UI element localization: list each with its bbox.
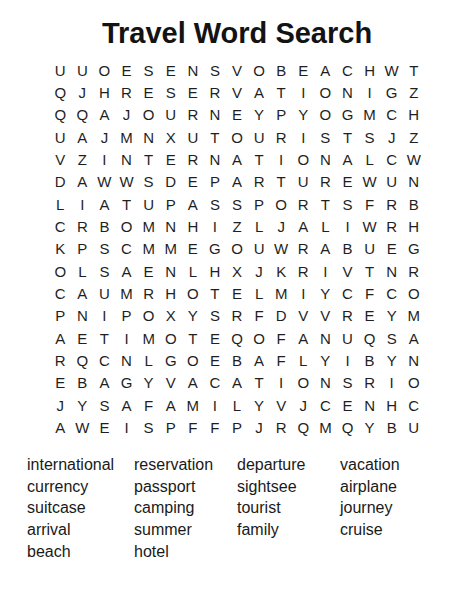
grid-cell: U xyxy=(71,59,93,81)
word-search-worksheet: Travel Word Search UUOESENSVOBEACHWTQJHR… xyxy=(0,0,474,613)
grid-cell: V xyxy=(314,305,336,327)
grid-cell: N xyxy=(115,148,137,170)
grid-cell: N xyxy=(138,126,160,148)
grid-cell: T xyxy=(204,126,226,148)
grid-cell: H xyxy=(403,104,425,126)
grid-cell: P xyxy=(160,193,182,215)
grid-cell: W xyxy=(71,417,93,439)
grid-cell: A xyxy=(292,215,314,237)
grid-cell: A xyxy=(248,349,270,371)
word-list-item: arrival xyxy=(27,519,134,541)
word-list-item: summer xyxy=(134,519,237,541)
grid-cell: R xyxy=(359,372,381,394)
grid-cell: N xyxy=(204,148,226,170)
grid-cell: R xyxy=(49,349,71,371)
grid-cell: V xyxy=(160,372,182,394)
grid-cell: W xyxy=(381,59,403,81)
grid-cell: T xyxy=(115,193,137,215)
grid-cell: A xyxy=(314,59,336,81)
grid-cell: S xyxy=(93,238,115,260)
grid-cell: Y xyxy=(248,104,270,126)
grid-cell: M xyxy=(138,327,160,349)
grid-cell: E xyxy=(226,282,248,304)
grid-cell: C xyxy=(49,215,71,237)
grid-cell: I xyxy=(314,260,336,282)
grid-cell: O xyxy=(138,305,160,327)
grid-cell: E xyxy=(381,238,403,260)
grid-cell: I xyxy=(93,148,115,170)
grid-cell: O xyxy=(248,59,270,81)
grid-cell: F xyxy=(270,327,292,349)
grid-cell: O xyxy=(403,372,425,394)
grid-cell: S xyxy=(138,59,160,81)
grid-cell: J xyxy=(248,260,270,282)
grid-cell: T xyxy=(403,59,425,81)
grid-cell: L xyxy=(248,282,270,304)
grid-cell: I xyxy=(115,327,137,349)
grid-cell: O xyxy=(270,193,292,215)
grid-cell: A xyxy=(226,148,248,170)
grid-cell: M xyxy=(115,126,137,148)
grid-cell: S xyxy=(204,305,226,327)
grid-cell: C xyxy=(314,394,336,416)
grid-cell: F xyxy=(270,349,292,371)
grid-cell: G xyxy=(336,104,358,126)
grid-cell: F xyxy=(138,394,160,416)
grid-cell: T xyxy=(359,260,381,282)
grid-cell: R xyxy=(182,148,204,170)
grid-cell: O xyxy=(226,238,248,260)
grid-cell: T xyxy=(336,126,358,148)
grid-cell: S xyxy=(138,171,160,193)
grid-cell: U xyxy=(49,59,71,81)
grid-cell: G xyxy=(403,238,425,260)
grid-cell: E xyxy=(138,81,160,103)
grid-cell: E xyxy=(49,372,71,394)
grid-cell: R xyxy=(270,126,292,148)
grid-cell: F xyxy=(248,305,270,327)
grid-cell: C xyxy=(204,372,226,394)
grid-cell: T xyxy=(314,193,336,215)
grid-cell: S xyxy=(204,193,226,215)
grid-cell: O xyxy=(248,327,270,349)
grid-cell: K xyxy=(49,238,71,260)
grid-cell: V xyxy=(226,59,248,81)
grid-cell: D xyxy=(49,171,71,193)
grid-cell: H xyxy=(403,215,425,237)
grid-cell: N xyxy=(314,327,336,349)
grid-cell: S xyxy=(226,193,248,215)
grid-cell: A xyxy=(115,394,137,416)
grid-cell: I xyxy=(381,372,403,394)
grid-cell: A xyxy=(49,327,71,349)
grid-cell: E xyxy=(336,171,358,193)
grid-cell: B xyxy=(270,59,292,81)
grid-cell: R xyxy=(314,171,336,193)
grid-cell: M xyxy=(138,238,160,260)
grid-cell: U xyxy=(381,171,403,193)
grid-cell: R xyxy=(248,171,270,193)
grid-cell: Q xyxy=(49,81,71,103)
grid-cell: T xyxy=(248,148,270,170)
grid-cell: N xyxy=(336,81,358,103)
grid-cell: G xyxy=(115,372,137,394)
grid-cell: H xyxy=(93,81,115,103)
grid-cell: R xyxy=(292,193,314,215)
grid-cell: T xyxy=(204,282,226,304)
grid-cell: F xyxy=(204,417,226,439)
grid-cell: O xyxy=(182,282,204,304)
grid-cell: E xyxy=(182,238,204,260)
grid-cell: R xyxy=(336,305,358,327)
grid-cell: L xyxy=(226,394,248,416)
grid-cell: S xyxy=(336,372,358,394)
grid-cell: Y xyxy=(381,305,403,327)
grid-cell: T xyxy=(93,327,115,349)
grid-cell: A xyxy=(182,372,204,394)
word-list-item: vacation xyxy=(340,454,400,476)
grid-cell: N xyxy=(381,260,403,282)
grid-cell: Q xyxy=(226,327,248,349)
grid-cell: J xyxy=(292,394,314,416)
grid-cell: I xyxy=(336,215,358,237)
grid-cell: R xyxy=(204,81,226,103)
grid-cell: A xyxy=(248,81,270,103)
grid-cell: P xyxy=(270,104,292,126)
grid-cell: C xyxy=(336,59,358,81)
grid-cell: S xyxy=(359,126,381,148)
grid-cell: G xyxy=(160,349,182,371)
grid-cell: P xyxy=(49,305,71,327)
word-list-item: tourist xyxy=(237,497,340,519)
grid-cell: G xyxy=(381,81,403,103)
grid-cell: R xyxy=(182,104,204,126)
grid-cell: N xyxy=(115,349,137,371)
grid-cell: R xyxy=(270,417,292,439)
grid-cell: Z xyxy=(403,81,425,103)
grid-cell: C xyxy=(93,349,115,371)
word-list-item: suitcase xyxy=(27,497,134,519)
grid-cell: A xyxy=(403,327,425,349)
grid-cell: S xyxy=(381,327,403,349)
grid-cell: L xyxy=(138,349,160,371)
grid-cell: U xyxy=(93,282,115,304)
word-list-item: hotel xyxy=(134,541,237,563)
grid-cell: E xyxy=(204,349,226,371)
grid-cell: U xyxy=(49,126,71,148)
grid-cell: L xyxy=(314,215,336,237)
grid-cell: H xyxy=(381,394,403,416)
grid-cell: J xyxy=(381,126,403,148)
grid-cell: Y xyxy=(359,417,381,439)
grid-cell: Y xyxy=(71,394,93,416)
grid-cell: O xyxy=(226,126,248,148)
word-list-item: reservation xyxy=(134,454,237,476)
grid-cell: I xyxy=(336,349,358,371)
grid-cell: L xyxy=(71,260,93,282)
grid-cell: R xyxy=(226,305,248,327)
grid-cell: Y xyxy=(138,372,160,394)
grid-cell: P xyxy=(204,171,226,193)
word-list-item: sightsee xyxy=(237,476,340,498)
grid-cell: V xyxy=(292,305,314,327)
grid-cell: E xyxy=(160,59,182,81)
grid-cell: I xyxy=(292,282,314,304)
grid-cell: Q xyxy=(292,417,314,439)
grid-cell: R xyxy=(381,193,403,215)
word-list-item: camping xyxy=(134,497,237,519)
grid-cell: S xyxy=(138,417,160,439)
word-list-column: reservationpassportcampingsummerhotel xyxy=(134,454,237,563)
grid-cell: I xyxy=(204,394,226,416)
grid-cell: Z xyxy=(226,215,248,237)
grid-cell: U xyxy=(248,238,270,260)
grid-cell: N xyxy=(182,59,204,81)
grid-cell: F xyxy=(182,417,204,439)
grid-cell: I xyxy=(359,81,381,103)
grid-cell: V xyxy=(226,81,248,103)
grid-cell: C xyxy=(381,148,403,170)
grid-cell: E xyxy=(226,104,248,126)
grid-cell: E xyxy=(71,327,93,349)
grid-cell: J xyxy=(270,215,292,237)
grid-cell: M xyxy=(138,215,160,237)
grid-cell: I xyxy=(71,193,93,215)
grid-cell: M xyxy=(115,282,137,304)
grid-cell: I xyxy=(292,81,314,103)
grid-cell: O xyxy=(314,104,336,126)
grid-cell: T xyxy=(270,171,292,193)
grid-cell: Q xyxy=(71,104,93,126)
grid-cell: H xyxy=(182,215,204,237)
grid-cell: R xyxy=(381,215,403,237)
grid-cell: V xyxy=(336,260,358,282)
grid-cell: I xyxy=(292,126,314,148)
grid-cell: Z xyxy=(71,148,93,170)
grid-cell: V xyxy=(49,148,71,170)
grid-cell: L xyxy=(292,349,314,371)
grid-cell: A xyxy=(226,372,248,394)
grid-cell: M xyxy=(359,104,381,126)
grid-cell: T xyxy=(248,372,270,394)
grid-cell: B xyxy=(226,349,248,371)
word-list-item: airplane xyxy=(340,476,400,498)
grid-cell: O xyxy=(138,104,160,126)
grid-cell: C xyxy=(381,104,403,126)
grid-cell: A xyxy=(160,394,182,416)
grid-cell: N xyxy=(403,349,425,371)
grid-cell: R xyxy=(292,260,314,282)
grid-cell: A xyxy=(314,238,336,260)
grid-cell: A xyxy=(93,104,115,126)
grid-cell: I xyxy=(115,417,137,439)
grid-cell: C xyxy=(115,238,137,260)
grid-cell: E xyxy=(182,81,204,103)
grid-cell: O xyxy=(160,327,182,349)
grid-cell: V xyxy=(270,394,292,416)
grid-cell: S xyxy=(314,126,336,148)
word-list: internationalcurrencysuitcasearrivalbeac… xyxy=(0,454,474,563)
grid-cell: A xyxy=(93,193,115,215)
grid-cell: O xyxy=(49,260,71,282)
grid-cell: M xyxy=(182,394,204,416)
grid-cell: R xyxy=(403,260,425,282)
grid-cell: Y xyxy=(314,349,336,371)
grid-cell: E xyxy=(204,327,226,349)
grid-cell: E xyxy=(182,171,204,193)
word-list-column: internationalcurrencysuitcasearrivalbeac… xyxy=(27,454,134,563)
grid-cell: H xyxy=(359,59,381,81)
grid-cell: I xyxy=(270,148,292,170)
grid-cell: H xyxy=(160,282,182,304)
grid-cell: C xyxy=(336,282,358,304)
grid-cell: O xyxy=(292,148,314,170)
grid-cell: R xyxy=(71,215,93,237)
grid-cell: O xyxy=(314,81,336,103)
grid-cell: N xyxy=(403,171,425,193)
grid-cell: J xyxy=(71,81,93,103)
grid-cell: N xyxy=(160,215,182,237)
grid-cell: A xyxy=(115,260,137,282)
grid-cell: X xyxy=(226,260,248,282)
grid-cell: B xyxy=(359,349,381,371)
word-list-item: family xyxy=(237,519,340,541)
word-list-item: international xyxy=(27,454,134,476)
word-list-item: beach xyxy=(27,541,134,563)
grid-cell: U xyxy=(336,327,358,349)
grid-cell: W xyxy=(115,171,137,193)
grid-cell: S xyxy=(160,81,182,103)
grid-cell: U xyxy=(292,171,314,193)
word-list-item: passport xyxy=(134,476,237,498)
grid-cell: C xyxy=(49,282,71,304)
grid-cell: O xyxy=(403,282,425,304)
grid-cell: P xyxy=(248,193,270,215)
grid-cell: Z xyxy=(403,126,425,148)
grid-cell: N xyxy=(71,305,93,327)
grid-cell: M xyxy=(314,417,336,439)
grid-cell: E xyxy=(138,260,160,282)
grid-cell: U xyxy=(359,238,381,260)
grid-cell: A xyxy=(226,171,248,193)
grid-cell: T xyxy=(270,81,292,103)
grid-cell: U xyxy=(403,417,425,439)
grid-cell: E xyxy=(336,394,358,416)
grid-cell: P xyxy=(115,305,137,327)
grid-cell: P xyxy=(226,417,248,439)
grid-cell: J xyxy=(248,417,270,439)
grid-cell: S xyxy=(336,193,358,215)
grid-cell: S xyxy=(93,394,115,416)
grid-cell: S xyxy=(93,260,115,282)
grid-cell: Y xyxy=(248,394,270,416)
word-list-item: journey xyxy=(340,497,400,519)
grid-cell: Q xyxy=(71,349,93,371)
grid-cell: C xyxy=(381,282,403,304)
grid-cell: B xyxy=(71,372,93,394)
grid-cell: Y xyxy=(292,104,314,126)
grid-cell: O xyxy=(93,59,115,81)
grid-cell: A xyxy=(71,171,93,193)
grid-cell: Q xyxy=(336,417,358,439)
grid-cell: W xyxy=(359,171,381,193)
grid-cell: X xyxy=(160,126,182,148)
grid-cell: L xyxy=(182,260,204,282)
word-list-item: currency xyxy=(27,476,134,498)
grid-cell: W xyxy=(359,215,381,237)
word-list-item: cruise xyxy=(340,519,400,541)
grid-cell: O xyxy=(115,215,137,237)
grid-cell: W xyxy=(93,171,115,193)
grid-cell: Y xyxy=(381,349,403,371)
word-search-grid: UUOESENSVOBEACHWTQJHRESERVATIONIGZQQAJOU… xyxy=(0,59,474,439)
grid-cell: I xyxy=(270,372,292,394)
grid-cell: D xyxy=(270,305,292,327)
grid-cell: D xyxy=(160,171,182,193)
grid-cell: F xyxy=(359,282,381,304)
grid-cell: W xyxy=(403,148,425,170)
grid-cell: E xyxy=(292,59,314,81)
word-list-item: departure xyxy=(237,454,340,476)
grid-cell: A xyxy=(93,372,115,394)
grid-cell: R xyxy=(292,238,314,260)
grid-cell: N xyxy=(314,372,336,394)
grid-cell: U xyxy=(160,104,182,126)
grid-cell: R xyxy=(138,282,160,304)
grid-cell: N xyxy=(314,148,336,170)
grid-cell: T xyxy=(182,327,204,349)
grid-cell: E xyxy=(160,148,182,170)
grid-cell: B xyxy=(381,417,403,439)
grid-cell: Y xyxy=(314,282,336,304)
grid-cell: R xyxy=(115,81,137,103)
grid-cell: E xyxy=(115,59,137,81)
grid-cell: S xyxy=(204,59,226,81)
grid-cell: L xyxy=(248,215,270,237)
grid-cell: H xyxy=(204,260,226,282)
grid-cell: P xyxy=(71,238,93,260)
grid-cell: M xyxy=(403,305,425,327)
grid-cell: E xyxy=(93,417,115,439)
grid-cell: K xyxy=(270,260,292,282)
grid-cell: A xyxy=(49,417,71,439)
grid-cell: Y xyxy=(182,305,204,327)
grid-cell: O xyxy=(182,349,204,371)
grid-cell: O xyxy=(292,372,314,394)
grid-cell: U xyxy=(248,126,270,148)
grid-cell: G xyxy=(204,238,226,260)
grid-cell: Q xyxy=(49,104,71,126)
grid-cell: L xyxy=(359,148,381,170)
grid-cell: N xyxy=(204,104,226,126)
grid-cell: B xyxy=(403,193,425,215)
grid-cell: A xyxy=(182,193,204,215)
grid-cell: U xyxy=(182,126,204,148)
grid-cell: B xyxy=(93,215,115,237)
word-list-column: departuresightseetouristfamily xyxy=(237,454,340,563)
puzzle-title: Travel Word Search xyxy=(0,0,474,50)
grid-cell: A xyxy=(292,327,314,349)
grid-cell: M xyxy=(160,238,182,260)
grid-cell: F xyxy=(359,193,381,215)
grid-cell: W xyxy=(270,238,292,260)
grid-cell: A xyxy=(71,126,93,148)
grid-cell: B xyxy=(336,238,358,260)
grid-cell: A xyxy=(71,282,93,304)
grid-cell: J xyxy=(115,104,137,126)
grid-cell: P xyxy=(160,417,182,439)
grid-cell: C xyxy=(403,394,425,416)
